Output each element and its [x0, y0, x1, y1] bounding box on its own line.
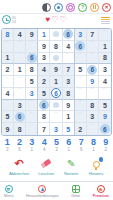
note-highlight: [53, 102, 59, 108]
cell-r5c9[interactable]: 4: [99, 76, 111, 88]
numpad-remaining-count: 6: [80, 147, 83, 152]
note-highlight: [53, 31, 59, 37]
cell-r8c4[interactable]: 8: [38, 111, 50, 123]
pencil-notes: ′′: [87, 41, 98, 45]
cell-r6c8[interactable]: ′′: [87, 88, 99, 100]
cell-r1c7[interactable]: 3: [75, 29, 87, 41]
numpad-digit: 8: [91, 138, 96, 147]
cell-r1c3[interactable]: 9: [26, 29, 38, 41]
digit: 9: [90, 78, 94, 85]
digit: 6: [39, 100, 49, 110]
cell-r2c5[interactable]: 8: [50, 41, 62, 53]
cell-r9c8[interactable]: ′′: [87, 123, 99, 135]
cell-r3c5[interactable]: [50, 53, 62, 65]
digit: 7: [42, 126, 46, 133]
numpad-digit: 3: [29, 138, 34, 147]
menu-icon: [5, 185, 13, 193]
numpad-2[interactable]: 26: [13, 138, 25, 152]
pencil-notes: ′′: [26, 41, 37, 45]
cell-r9c4[interactable]: 7: [38, 123, 50, 135]
digit: 4: [66, 43, 70, 50]
cell-r7c4[interactable]: 6: [38, 100, 50, 112]
cell-r4c2[interactable]: 1: [14, 64, 26, 76]
close-icon[interactable]: [102, 3, 111, 12]
cell-r9c5[interactable]: 3: [50, 123, 62, 135]
sudoku-app: 05 24 ♥♡♡ 8491637′′′′′′′′9846′′11′′63′′′…: [0, 0, 113, 200]
cell-r8c3[interactable]: ′′: [26, 111, 38, 123]
number-pad: 132631445361768192: [1, 138, 112, 152]
numpad-remaining-count: 1: [68, 147, 71, 152]
eraser-icon: [41, 159, 52, 169]
cell-r7c3[interactable]: ′′: [26, 100, 38, 112]
cell-r7c8[interactable]: 8: [87, 100, 99, 112]
digit: 4: [6, 90, 10, 97]
cell-r5c4[interactable]: 2: [38, 76, 50, 88]
cell-r4c7[interactable]: 5: [75, 64, 87, 76]
cell-r9c7[interactable]: 2: [75, 123, 87, 135]
cell-r3c8[interactable]: ′′: [87, 53, 99, 65]
nav-menu[interactable]: Menü: [4, 185, 14, 198]
digit: 4: [103, 78, 107, 85]
theme-toggle-icon[interactable]: [42, 3, 51, 12]
cell-r6c6[interactable]: 8: [63, 88, 75, 100]
digit: 1: [18, 66, 22, 73]
cell-r5c1[interactable]: ′′: [2, 76, 14, 88]
numpad-5[interactable]: 53: [50, 138, 62, 152]
cell-r5c3[interactable]: 5: [26, 76, 38, 88]
pencil-notes: ′′: [99, 30, 111, 34]
pencil-notes: ′′: [14, 77, 25, 81]
cell-r3c6[interactable]: ′′: [63, 53, 75, 65]
erase-label: Löschen: [38, 171, 54, 176]
digit: 2: [78, 126, 82, 133]
pencil-notes: ′′: [63, 53, 74, 57]
numpad-9[interactable]: 92: [100, 138, 112, 152]
nav-premium[interactable]: Premium: [93, 185, 109, 198]
cell-r2c1[interactable]: ′′: [2, 41, 14, 53]
nav-grid-label: Gitter: [71, 194, 80, 198]
pencil-notes: ′′: [26, 112, 37, 116]
cell-r7c2[interactable]: 3: [14, 100, 26, 112]
numpad-digit: 2: [17, 138, 22, 147]
pencil-notes: ′′: [2, 100, 13, 104]
cell-r9c9[interactable]: 6: [99, 123, 111, 135]
numpad-digit: 6: [66, 138, 71, 147]
numpad-digit: 1: [5, 138, 10, 147]
cell-r2c4[interactable]: 9: [38, 41, 50, 53]
hint-badge: [99, 157, 104, 162]
pencil-icon: ✎: [67, 159, 75, 169]
numpad-remaining-count: 6: [18, 147, 21, 152]
cell-r5c7[interactable]: ′′: [75, 76, 87, 88]
numpad-1[interactable]: 13: [1, 138, 13, 152]
cell-r7c1[interactable]: ′′: [2, 100, 14, 112]
lives-indicator: ♥♡♡: [0, 15, 113, 25]
digit: 8: [103, 54, 107, 61]
nav-grid[interactable]: Gitter: [71, 185, 80, 198]
action-bar: ↶ Abbrechen Löschen ✎ Notizen Hinweis: [0, 157, 113, 181]
challenges-icon: [38, 185, 46, 193]
cell-r9c2[interactable]: 8: [14, 123, 26, 135]
numpad-remaining-count: 1: [31, 147, 34, 152]
notes-button[interactable]: ✎ Notizen: [63, 157, 79, 181]
digit: 1: [103, 43, 107, 50]
pencil-notes: ′′: [75, 77, 86, 81]
cell-r1c8[interactable]: 7: [87, 29, 99, 41]
erase-button[interactable]: Löschen: [38, 157, 54, 181]
digit: 4: [18, 31, 22, 38]
cell-r3c9[interactable]: 8: [99, 53, 111, 65]
hint-button[interactable]: Hinweis: [88, 157, 104, 181]
cell-r9c1[interactable]: 9: [2, 123, 14, 135]
cell-r1c5[interactable]: [50, 29, 62, 41]
digit: 3: [42, 54, 46, 61]
pencil-notes: ′′: [26, 100, 37, 104]
pencil-notes: ′′: [75, 88, 86, 92]
pencil-notes: ′′: [87, 53, 98, 57]
nav-challenges[interactable]: Herausforderungen: [26, 185, 59, 198]
cell-r6c7[interactable]: ′′: [75, 88, 87, 100]
digit: 8: [42, 113, 46, 120]
numpad-digit: 5: [54, 138, 59, 147]
digit: 5: [30, 78, 34, 85]
pencil-notes: ′′: [87, 88, 98, 92]
cell-r2c7[interactable]: 6: [75, 41, 87, 53]
digit: 1: [42, 31, 46, 38]
digit: 3: [54, 126, 58, 133]
digit: 6: [75, 41, 85, 51]
cell-r9c3[interactable]: ′′: [26, 123, 38, 135]
cell-r4c1[interactable]: 2: [2, 64, 14, 76]
numpad-7[interactable]: 76: [75, 138, 87, 152]
cell-r4c9[interactable]: 3: [99, 64, 111, 76]
cell-r7c6[interactable]: 9: [63, 100, 75, 112]
digit: 3: [103, 66, 107, 73]
undo-icon: ↶: [14, 158, 23, 169]
cell-r3c2[interactable]: ′′: [14, 53, 26, 65]
pencil-notes: ′′: [26, 124, 37, 128]
undo-button[interactable]: ↶ Abbrechen: [9, 157, 29, 181]
cell-r3c1[interactable]: 1: [2, 53, 14, 65]
cell-r6c1[interactable]: 4: [2, 88, 14, 100]
bulb-icon: [93, 161, 100, 168]
digit: 6: [63, 29, 73, 39]
cell-r7c5[interactable]: [50, 100, 62, 112]
cell-r5c6[interactable]: 3: [63, 76, 75, 88]
digit: 8: [66, 90, 70, 97]
cell-r1c1[interactable]: 8: [2, 29, 14, 41]
cell-r5c5[interactable]: 1: [50, 76, 62, 88]
cell-r8c6[interactable]: 1: [63, 111, 75, 123]
cell-r5c2[interactable]: ′′: [14, 76, 26, 88]
cell-r2c8[interactable]: ′′: [87, 41, 99, 53]
digit: 6: [100, 124, 110, 134]
cell-r8c8[interactable]: 3: [87, 111, 99, 123]
cell-r7c7[interactable]: ′′: [75, 100, 87, 112]
cell-r4c5[interactable]: 9: [50, 64, 62, 76]
cell-r1c2[interactable]: 4: [14, 29, 26, 41]
digit: 9: [66, 102, 70, 109]
digit: 8: [18, 126, 22, 133]
divider: [0, 13, 113, 14]
digit: 9: [6, 126, 10, 133]
digit: 7: [90, 31, 94, 38]
cell-r1c9[interactable]: ′′: [99, 29, 111, 41]
cell-r8c2[interactable]: 6: [14, 111, 26, 123]
cell-r8c1[interactable]: 5: [2, 111, 14, 123]
premium-icon: [97, 185, 105, 193]
grid-icon: [72, 185, 80, 193]
pencil-notes: ′′: [75, 100, 86, 104]
cell-r6c5[interactable]: 6: [50, 88, 62, 100]
digit: 7: [66, 66, 70, 73]
menu-lines-icon[interactable]: [101, 17, 110, 24]
cell-r4c4[interactable]: 4: [38, 64, 50, 76]
note-highlight: [53, 55, 59, 61]
digit: 5: [103, 102, 107, 109]
sudoku-grid: 8491637′′′′′′′′9846′′11′′63′′′′′′8218497…: [1, 28, 112, 136]
numpad-6[interactable]: 61: [63, 138, 75, 152]
digit: 4: [42, 66, 46, 73]
cell-r3c3[interactable]: 6: [26, 53, 38, 65]
digit: 3: [18, 102, 22, 109]
cell-r6c3[interactable]: 3: [26, 88, 38, 100]
digit: 8: [54, 43, 58, 50]
pencil-notes: ′′: [99, 88, 111, 92]
digit: 2: [42, 78, 46, 85]
divider: [0, 181, 113, 182]
pencil-notes: ′′: [14, 41, 25, 45]
nav-premium-label: Premium: [93, 194, 109, 198]
digit: 3: [78, 31, 82, 38]
record-icon[interactable]: [66, 3, 75, 12]
digit: 3: [90, 113, 94, 120]
digit: 6: [15, 112, 25, 122]
cell-r8c5[interactable]: ′′: [50, 111, 62, 123]
top-icon-bar: [0, 1, 111, 13]
undo-label: Abbrechen: [9, 171, 29, 176]
cell-r2c9[interactable]: 1: [99, 41, 111, 53]
digit: 3: [30, 90, 34, 97]
cell-r6c4[interactable]: 5: [38, 88, 50, 100]
pause-icon[interactable]: [90, 3, 99, 12]
cell-r8c9[interactable]: 9: [99, 111, 111, 123]
pencil-notes: ′′: [87, 124, 98, 128]
pencil-notes: ′′: [2, 41, 13, 45]
cell-r4c3[interactable]: 8: [26, 64, 38, 76]
heart-outline-icon: ♡: [59, 15, 67, 24]
nav-challenges-label: Herausforderungen: [26, 194, 59, 198]
help-icon[interactable]: [78, 3, 87, 12]
pencil-notes: ′′: [14, 53, 25, 57]
digit: 3: [66, 78, 70, 85]
numpad-4[interactable]: 44: [38, 138, 50, 152]
pencil-notes: ′′: [75, 112, 86, 116]
digit: 9: [30, 31, 34, 38]
cell-r9c6[interactable]: 5: [63, 123, 75, 135]
digit: 2: [6, 66, 10, 73]
cell-r4c8[interactable]: 6: [87, 64, 99, 76]
cell-r3c7[interactable]: ′′: [75, 53, 87, 65]
pencil-notes: ′′: [14, 88, 25, 92]
cell-r2c3[interactable]: ′′: [26, 41, 38, 53]
cell-r6c9[interactable]: ′′: [99, 88, 111, 100]
bottom-nav: Menü Herausforderungen Gitter Premium: [0, 183, 113, 200]
cell-r1c4[interactable]: 1: [38, 29, 50, 41]
numpad-remaining-count: 2: [105, 147, 108, 152]
cell-r7c9[interactable]: 5: [99, 100, 111, 112]
notes-label: Notizen: [64, 171, 78, 176]
numpad-8[interactable]: 81: [87, 138, 99, 152]
cell-r5c8[interactable]: 9: [87, 76, 99, 88]
cell-r2c6[interactable]: 4: [63, 41, 75, 53]
digit: 8: [90, 102, 94, 109]
status-bar: 05 24 ♥♡♡: [0, 15, 113, 27]
nav-menu-label: Menü: [4, 194, 14, 198]
digit: 1: [54, 78, 58, 85]
digit: 8: [6, 31, 10, 38]
pencil-notes: ′′: [75, 53, 86, 57]
hint-label: Hinweis: [89, 171, 104, 176]
numpad-remaining-count: 1: [92, 147, 95, 152]
cell-r4c6[interactable]: 7: [63, 64, 75, 76]
digit: 8: [30, 66, 34, 73]
pencil-notes: ′′: [2, 77, 13, 81]
digit: 5: [6, 113, 10, 120]
digit: 5: [66, 126, 70, 133]
pencil-notes: ′′: [50, 112, 61, 116]
digit: 1: [66, 113, 70, 120]
numpad-digit: 4: [42, 138, 47, 147]
cell-r1c6[interactable]: 6: [63, 29, 75, 41]
numpad-remaining-count: 3: [6, 147, 9, 152]
numpad-digit: 9: [103, 138, 108, 147]
digit: 5: [42, 90, 46, 97]
digit: 9: [103, 113, 107, 120]
digit: 6: [27, 53, 37, 63]
cell-r3c4[interactable]: 3: [38, 53, 50, 65]
cell-r2c2[interactable]: ′′: [14, 41, 26, 53]
numpad-3[interactable]: 31: [26, 138, 38, 152]
digit: 5: [78, 66, 82, 73]
numpad-remaining-count: 3: [55, 147, 58, 152]
digit: 9: [42, 43, 46, 50]
cell-r6c2[interactable]: ′′: [14, 88, 26, 100]
palette-icon[interactable]: [54, 3, 63, 12]
digit: 9: [54, 66, 58, 73]
digit: 6: [87, 65, 97, 75]
digit: 1: [6, 54, 10, 61]
numpad-digit: 7: [79, 138, 84, 147]
selected-digit: 6: [51, 88, 61, 98]
numpad-remaining-count: 4: [43, 147, 46, 152]
cell-r8c7[interactable]: ′′: [75, 111, 87, 123]
